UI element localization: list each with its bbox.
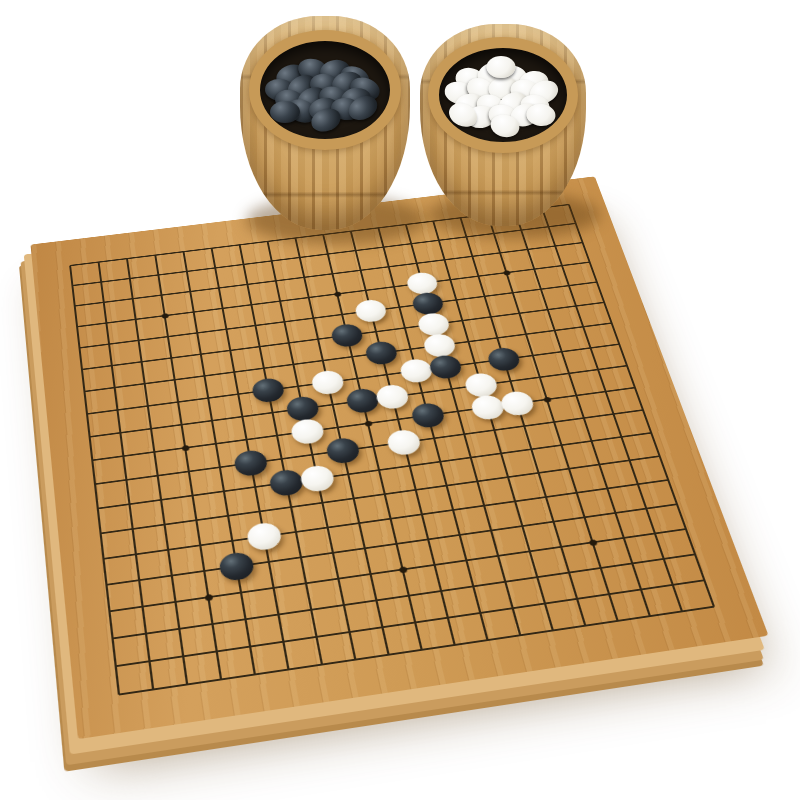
hoshi-point <box>502 270 510 275</box>
black-bowl-mouth <box>249 30 401 150</box>
white-bowl-stone <box>487 56 516 78</box>
board-point-r19c4[interactable] <box>202 663 240 696</box>
black-bowl-stone <box>270 101 300 123</box>
hoshi-point <box>333 291 341 297</box>
board-point-r19c3[interactable] <box>168 668 206 701</box>
hoshi-point <box>204 594 213 601</box>
hoshi-point <box>398 566 407 573</box>
hoshi-point <box>543 396 552 402</box>
go-board-wrap <box>31 176 769 739</box>
board-point-r19c6[interactable] <box>269 653 308 686</box>
hoshi-point <box>588 539 597 546</box>
hoshi-point <box>161 313 169 319</box>
go-set-photo <box>0 0 800 800</box>
board-point-r19c7[interactable] <box>303 648 342 681</box>
board-point-r19c1[interactable] <box>100 678 138 712</box>
go-board <box>31 176 769 739</box>
board-point-r19c5[interactable] <box>236 658 274 691</box>
hoshi-point <box>364 420 372 426</box>
black-stone-bowl[interactable] <box>240 16 410 230</box>
hoshi-point <box>181 445 189 451</box>
board-grid <box>55 194 735 712</box>
board-point-r19c2[interactable] <box>134 673 172 707</box>
white-bowl-mouth <box>428 37 578 153</box>
